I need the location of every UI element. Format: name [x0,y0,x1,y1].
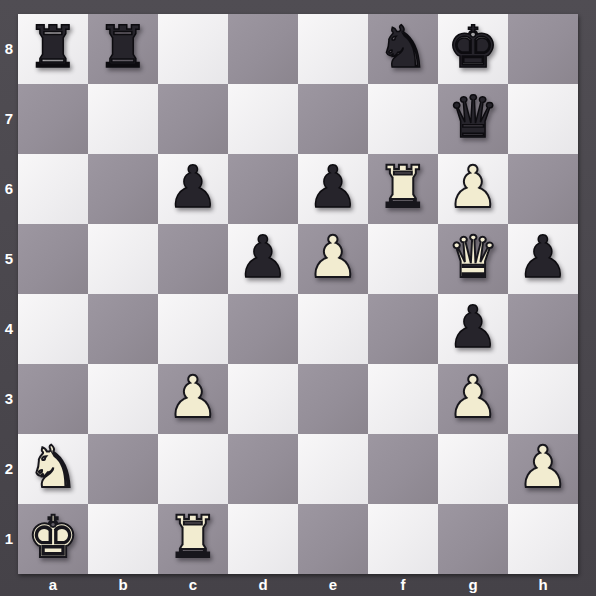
square-g3[interactable]: ♟ [438,364,508,434]
piece-white-pawn-g6[interactable]: ♟ [447,158,499,216]
square-g2[interactable] [438,434,508,504]
square-g8[interactable]: ♚ [438,14,508,84]
square-c6[interactable]: ♟ [158,154,228,224]
piece-white-pawn-e5[interactable]: ♟ [307,228,359,286]
square-f1[interactable] [368,504,438,574]
piece-white-knight-a2[interactable]: ♞ [27,438,79,496]
square-a8[interactable]: ♜ [18,14,88,84]
piece-white-king-a1[interactable]: ♚ [27,508,79,566]
square-g1[interactable] [438,504,508,574]
square-h6[interactable] [508,154,578,224]
square-d5[interactable]: ♟ [228,224,298,294]
square-b5[interactable] [88,224,158,294]
square-a2[interactable]: ♞ [18,434,88,504]
file-label-b: b [88,574,158,596]
square-h4[interactable] [508,294,578,364]
square-e8[interactable] [298,14,368,84]
square-b6[interactable] [88,154,158,224]
square-d8[interactable] [228,14,298,84]
square-d1[interactable] [228,504,298,574]
square-c1[interactable]: ♜ [158,504,228,574]
square-f3[interactable] [368,364,438,434]
file-label-g: g [438,574,508,596]
rank-label-5: 5 [0,224,18,294]
square-e4[interactable] [298,294,368,364]
rank-label-3: 3 [0,364,18,434]
piece-black-rook-b8[interactable]: ♜ [97,18,149,76]
chess-board[interactable]: ♜♜♞♚♛♟♟♜♟♟♟♛♟♟♟♟♞♟♚♜ [18,14,578,574]
square-d7[interactable] [228,84,298,154]
square-g5[interactable]: ♛ [438,224,508,294]
piece-black-pawn-c6[interactable]: ♟ [167,158,219,216]
square-d3[interactable] [228,364,298,434]
square-a3[interactable] [18,364,88,434]
rank-label-6: 6 [0,154,18,224]
square-e2[interactable] [298,434,368,504]
file-label-d: d [228,574,298,596]
square-c8[interactable] [158,14,228,84]
rank-label-4: 4 [0,294,18,364]
square-f5[interactable] [368,224,438,294]
square-d4[interactable] [228,294,298,364]
rank-label-2: 2 [0,434,18,504]
piece-white-queen-g5[interactable]: ♛ [447,228,499,286]
square-e5[interactable]: ♟ [298,224,368,294]
rank-label-8: 8 [0,14,18,84]
square-b7[interactable] [88,84,158,154]
square-b3[interactable] [88,364,158,434]
square-e3[interactable] [298,364,368,434]
square-b2[interactable] [88,434,158,504]
file-label-a: a [18,574,88,596]
piece-white-pawn-g3[interactable]: ♟ [447,368,499,426]
square-f6[interactable]: ♜ [368,154,438,224]
square-b1[interactable] [88,504,158,574]
chess-board-frame: 87654321 ♜♜♞♚♛♟♟♜♟♟♟♛♟♟♟♟♞♟♚♜ abcdefgh [0,0,596,596]
file-label-e: e [298,574,368,596]
square-c2[interactable] [158,434,228,504]
piece-black-queen-g7[interactable]: ♛ [447,88,499,146]
file-label-f: f [368,574,438,596]
square-b4[interactable] [88,294,158,364]
square-h7[interactable] [508,84,578,154]
square-b8[interactable]: ♜ [88,14,158,84]
square-a5[interactable] [18,224,88,294]
square-c5[interactable] [158,224,228,294]
piece-black-pawn-h5[interactable]: ♟ [517,228,569,286]
piece-black-pawn-g4[interactable]: ♟ [447,298,499,356]
square-e6[interactable]: ♟ [298,154,368,224]
square-h1[interactable] [508,504,578,574]
square-f2[interactable] [368,434,438,504]
square-c7[interactable] [158,84,228,154]
square-g7[interactable]: ♛ [438,84,508,154]
file-label-c: c [158,574,228,596]
piece-black-knight-f8[interactable]: ♞ [377,18,429,76]
square-a6[interactable] [18,154,88,224]
square-e1[interactable] [298,504,368,574]
rank-label-7: 7 [0,84,18,154]
square-f8[interactable]: ♞ [368,14,438,84]
square-h2[interactable]: ♟ [508,434,578,504]
file-label-h: h [508,574,578,596]
square-g6[interactable]: ♟ [438,154,508,224]
square-d2[interactable] [228,434,298,504]
piece-black-pawn-e6[interactable]: ♟ [307,158,359,216]
square-f4[interactable] [368,294,438,364]
piece-black-pawn-d5[interactable]: ♟ [237,228,289,286]
square-c4[interactable] [158,294,228,364]
piece-white-rook-f6[interactable]: ♜ [377,158,429,216]
rank-labels: 87654321 [0,14,18,574]
piece-white-rook-c1[interactable]: ♜ [167,508,219,566]
square-c3[interactable]: ♟ [158,364,228,434]
square-a1[interactable]: ♚ [18,504,88,574]
square-h5[interactable]: ♟ [508,224,578,294]
piece-white-pawn-c3[interactable]: ♟ [167,368,219,426]
square-a7[interactable] [18,84,88,154]
square-g4[interactable]: ♟ [438,294,508,364]
square-d6[interactable] [228,154,298,224]
piece-black-rook-a8[interactable]: ♜ [27,18,79,76]
square-h3[interactable] [508,364,578,434]
square-h8[interactable] [508,14,578,84]
square-e7[interactable] [298,84,368,154]
piece-black-king-g8[interactable]: ♚ [447,18,499,76]
file-labels: abcdefgh [18,574,578,596]
square-f7[interactable] [368,84,438,154]
rank-label-1: 1 [0,504,18,574]
piece-white-pawn-h2[interactable]: ♟ [517,438,569,496]
square-a4[interactable] [18,294,88,364]
